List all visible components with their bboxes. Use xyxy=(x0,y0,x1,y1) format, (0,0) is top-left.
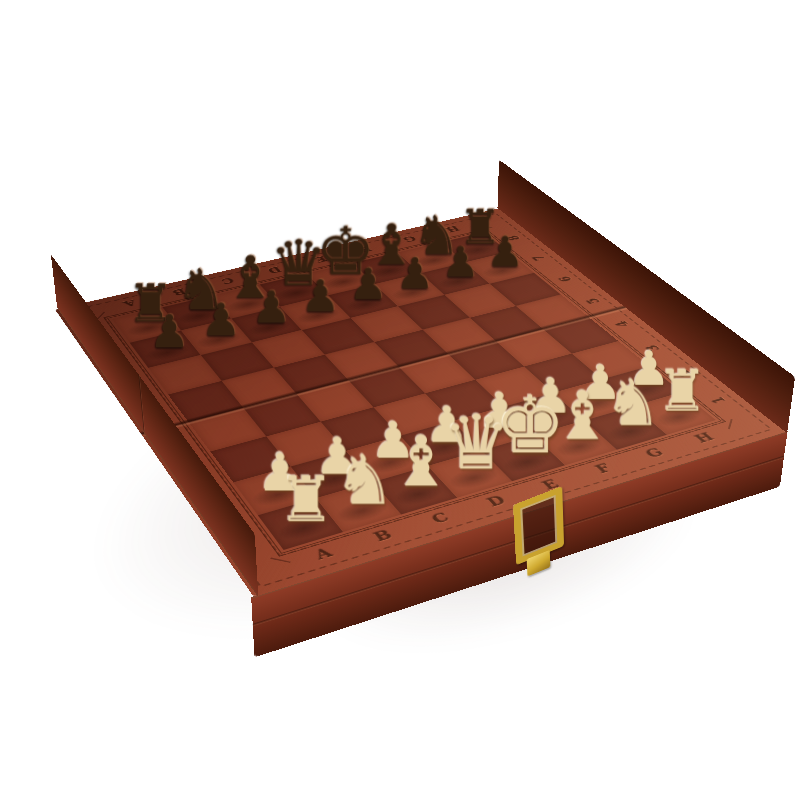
file-label-near-D: D xyxy=(478,492,515,510)
rank-label-right-4: 4 xyxy=(610,317,636,331)
corner-mark xyxy=(728,419,733,429)
product-photo-scene: AABBCCDDEEFFGGHH1122334455667788 ♜♞♝♛♚♝♞… xyxy=(0,0,800,800)
corner-mark xyxy=(270,558,291,563)
rank-label-right-6: 6 xyxy=(554,273,578,285)
square-a7[interactable]: ♟ xyxy=(130,331,201,368)
white-rook-a1[interactable]: ♜ xyxy=(255,469,357,532)
file-label-near-C: C xyxy=(422,509,460,528)
rank-label-right-5: 5 xyxy=(581,294,606,307)
file-label-near-B: B xyxy=(364,526,402,545)
black-pawn-a7[interactable]: ♟ xyxy=(126,309,213,354)
file-label-near-A: A xyxy=(304,544,343,564)
box-fold-seam-side xyxy=(139,374,146,433)
file-label-near-H: H xyxy=(687,430,722,446)
square-a1[interactable]: ♜ xyxy=(258,498,343,550)
file-label-near-F: F xyxy=(585,460,621,477)
file-label-near-G: G xyxy=(637,445,673,462)
